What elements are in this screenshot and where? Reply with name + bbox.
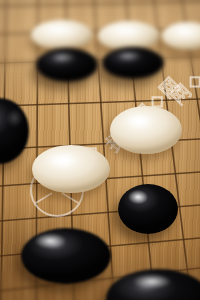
white-stone[interactable] (110, 106, 182, 154)
stone-specular-highlight (41, 149, 84, 172)
black-stone[interactable] (36, 48, 98, 82)
stone-specular-highlight (125, 271, 179, 292)
stone-specular-highlight (112, 49, 146, 63)
stone-specular-highlight (124, 187, 152, 207)
white-stone[interactable] (32, 145, 110, 193)
watermark-text: 网◇ (166, 66, 200, 108)
black-stone[interactable] (21, 228, 111, 284)
stone-specular-highlight (112, 23, 149, 40)
black-stone[interactable] (102, 47, 164, 79)
stone-specular-highlight (120, 110, 157, 132)
black-stone[interactable] (118, 184, 178, 234)
white-stone[interactable] (31, 20, 93, 50)
stone-specular-highlight (46, 50, 80, 65)
stone-specular-highlight (172, 25, 200, 40)
go-board-photo: 摄◇图◇网摄◇网◇ (0, 0, 200, 300)
stone-specular-highlight (45, 22, 82, 39)
